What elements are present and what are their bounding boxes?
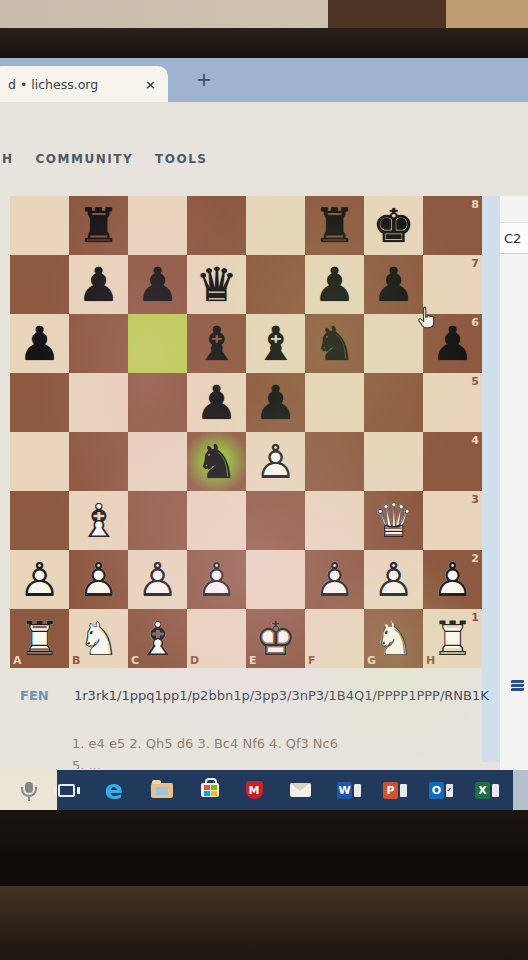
white-bishop-c1[interactable]: ♝♗ [128,609,187,668]
square-d4[interactable]: ♞ [187,432,246,491]
black-bishop-d6[interactable]: ♝ [187,314,246,373]
file-explorer-button[interactable] [144,770,180,810]
square-f2[interactable]: ♟♙ [305,550,364,609]
square-d5[interactable]: ♟ [187,373,246,432]
new-tab-button[interactable]: + [196,68,212,90]
square-a8[interactable] [10,196,69,255]
square-a4[interactable] [10,432,69,491]
square-b7[interactable]: ♟ [69,255,128,314]
site-nav: H COMMUNITY TOOLS [2,152,229,166]
windows-taskbar: e M W P O✓ X [0,770,528,810]
square-f5[interactable] [305,373,364,432]
white-knight-b1[interactable]: ♞♘ [69,609,128,668]
square-g5[interactable] [364,373,423,432]
black-pawn-d5[interactable]: ♟ [187,373,246,432]
white-knight-g1[interactable]: ♞♘ [364,609,423,668]
excel-button[interactable]: X [466,770,508,810]
mcafee-button[interactable]: M [236,770,272,810]
rank-label: 8 [471,198,479,211]
rank-label: 5 [471,375,479,388]
square-a7[interactable] [10,255,69,314]
white-bishop-b3[interactable]: ♝♗ [69,491,128,550]
square-c3[interactable] [128,491,187,550]
square-a6[interactable]: ♟ [10,314,69,373]
square-a3[interactable] [10,491,69,550]
mail-button[interactable] [282,770,318,810]
black-queen-d7[interactable]: ♛ [187,255,246,314]
board-side-gutter [482,196,500,762]
microsoft-store-button[interactable] [192,770,228,810]
laptop-screen: d • lichess.org × + H COMMUNITY TOOLS ♜♜… [0,58,528,810]
black-knight-d4[interactable]: ♞ [187,432,246,491]
store-icon [201,783,219,797]
laptop-photo: d • lichess.org × + H COMMUNITY TOOLS ♜♜… [0,0,528,960]
square-g1[interactable]: G♞♘ [364,609,423,668]
nav-item-tools[interactable]: TOOLS [155,152,207,166]
square-f8[interactable]: ♜ [305,196,364,255]
square-a1[interactable]: A♜♖ [10,609,69,668]
square-e2[interactable] [246,550,305,609]
taskbar-end-strip [513,770,528,810]
edge-icon: e [105,774,123,805]
rank-label: 7 [471,257,479,270]
black-pawn-b7[interactable]: ♟ [69,255,128,314]
outlook-button[interactable]: O✓ [420,770,462,810]
square-e5[interactable]: ♟ [246,373,305,432]
square-c1[interactable]: C♝♗ [128,609,187,668]
square-d6[interactable]: ♝ [187,314,246,373]
white-rook-a1[interactable]: ♜♖ [10,609,69,668]
file-label: D [190,654,199,667]
square-c8[interactable] [128,196,187,255]
square-h2[interactable]: 2♟♙ [423,550,482,609]
mouse-cursor-hand-icon [416,306,437,332]
white-pawn-e4[interactable]: ♟♙ [246,432,305,491]
outlook-icon: O✓ [429,782,453,799]
fen-row: FEN 1r3rk1/1ppq1pp1/p2bbn1p/3pp3/3nP3/1B… [0,686,528,708]
square-b8[interactable]: ♜ [69,196,128,255]
square-f7[interactable]: ♟ [305,255,364,314]
powerpoint-icon: P [383,782,407,799]
square-c2[interactable]: ♟♙ [128,550,187,609]
white-pawn-d2[interactable]: ♟♙ [187,550,246,609]
square-h8[interactable]: 8 [423,196,482,255]
powerpoint-button[interactable]: P [374,770,416,810]
square-f4[interactable] [305,432,364,491]
white-queen-g3[interactable]: ♛♕ [364,491,423,550]
square-g3[interactable]: ♛♕ [364,491,423,550]
black-knight-f6[interactable]: ♞ [305,314,364,373]
black-pawn-a6[interactable]: ♟ [10,314,69,373]
move-list-line2-clipped[interactable]: 5. ... [72,758,101,769]
black-pawn-e5[interactable]: ♟ [246,373,305,432]
browser-tab[interactable]: d • lichess.org × [0,66,168,102]
rank-label: 4 [471,434,479,447]
black-rook-f8[interactable]: ♜ [305,196,364,255]
square-e1[interactable]: E♚♔ [246,609,305,668]
fen-input[interactable]: 1r3rk1/1ppq1pp1/p2bbn1p/3pp3/3nP3/1B4Q1/… [74,688,508,703]
white-king-e1[interactable]: ♚♔ [246,609,305,668]
square-d3[interactable] [187,491,246,550]
opening-code: C2 [500,222,528,254]
square-e3[interactable] [246,491,305,550]
nav-item-fragment[interactable]: H [2,152,14,166]
square-b2[interactable]: ♟♙ [69,550,128,609]
word-icon: W [337,782,361,799]
square-b1[interactable]: B♞♘ [69,609,128,668]
square-e6[interactable]: ♝ [246,314,305,373]
square-g8[interactable]: ♚ [364,196,423,255]
mail-envelope-icon [290,783,311,797]
square-b4[interactable] [69,432,128,491]
file-label: F [308,654,316,667]
black-pawn-g7[interactable]: ♟ [364,255,423,314]
square-h1[interactable]: 1H♜♖ [423,609,482,668]
square-g4[interactable] [364,432,423,491]
mcafee-shield-icon: M [246,781,263,799]
task-view-button[interactable] [48,770,84,810]
square-g6[interactable] [364,314,423,373]
nav-item-community[interactable]: COMMUNITY [36,152,134,166]
square-c6[interactable] [128,314,187,373]
white-pawn-f2[interactable]: ♟♙ [305,550,364,609]
move-list-line1[interactable]: 1. e4 e5 2. Qh5 d6 3. Bc4 Nf6 4. Qf3 Nc6 [72,736,338,751]
tab-title: d • lichess.org [8,77,137,92]
laptop-top-bezel [0,28,528,58]
word-button[interactable]: W [328,770,370,810]
square-e4[interactable]: ♟♙ [246,432,305,491]
black-pawn-f7[interactable]: ♟ [305,255,364,314]
square-e8[interactable] [246,196,305,255]
black-pawn-c7[interactable]: ♟ [128,255,187,314]
edge-button[interactable]: e [96,770,132,810]
square-c4[interactable] [128,432,187,491]
square-e7[interactable] [246,255,305,314]
square-b3[interactable]: ♝♗ [69,491,128,550]
fen-label: FEN [20,688,49,703]
black-bishop-e6[interactable]: ♝ [246,314,305,373]
excel-icon: X [475,782,499,799]
microphone-icon[interactable] [25,782,33,793]
square-f3[interactable] [305,491,364,550]
folder-icon [151,783,173,798]
rank-label: 3 [471,493,479,506]
browser-chrome: d • lichess.org × + [0,58,528,102]
chess-board: ♜♜♚8♟♟♛♟♟7♟♝♝♞6♟♟♟5♞♟♙4♝♗♛♕3♟♙♟♙♟♙♟♙♟♙♟♙… [10,196,482,668]
laptop-base [0,886,528,960]
square-d1[interactable]: D [187,609,246,668]
square-f6[interactable]: ♞ [305,314,364,373]
square-d8[interactable] [187,196,246,255]
square-c5[interactable] [128,373,187,432]
square-a2[interactable]: ♟♙ [10,550,69,609]
white-pawn-a2[interactable]: ♟♙ [10,550,69,609]
square-d7[interactable]: ♛ [187,255,246,314]
square-c7[interactable]: ♟ [128,255,187,314]
square-d2[interactable]: ♟♙ [187,550,246,609]
square-h4[interactable]: 4 [423,432,482,491]
square-f1[interactable]: F [305,609,364,668]
square-g2[interactable]: ♟♙ [364,550,423,609]
white-pawn-c2[interactable]: ♟♙ [128,550,187,609]
black-king-g8[interactable]: ♚ [364,196,423,255]
square-h5[interactable]: 5 [423,373,482,432]
square-a5[interactable] [10,373,69,432]
white-rook-h1[interactable]: ♜♖ [423,609,482,668]
task-view-icon [58,784,75,797]
white-pawn-g2[interactable]: ♟♙ [364,550,423,609]
laptop-bottom-bezel [0,810,528,886]
white-pawn-b2[interactable]: ♟♙ [69,550,128,609]
square-b6[interactable] [69,314,128,373]
black-rook-b8[interactable]: ♜ [69,196,128,255]
square-h3[interactable]: 3 [423,491,482,550]
square-g7[interactable]: ♟ [364,255,423,314]
white-pawn-h2[interactable]: ♟♙ [423,550,482,609]
square-b5[interactable] [69,373,128,432]
tab-close-icon[interactable]: × [145,77,156,92]
